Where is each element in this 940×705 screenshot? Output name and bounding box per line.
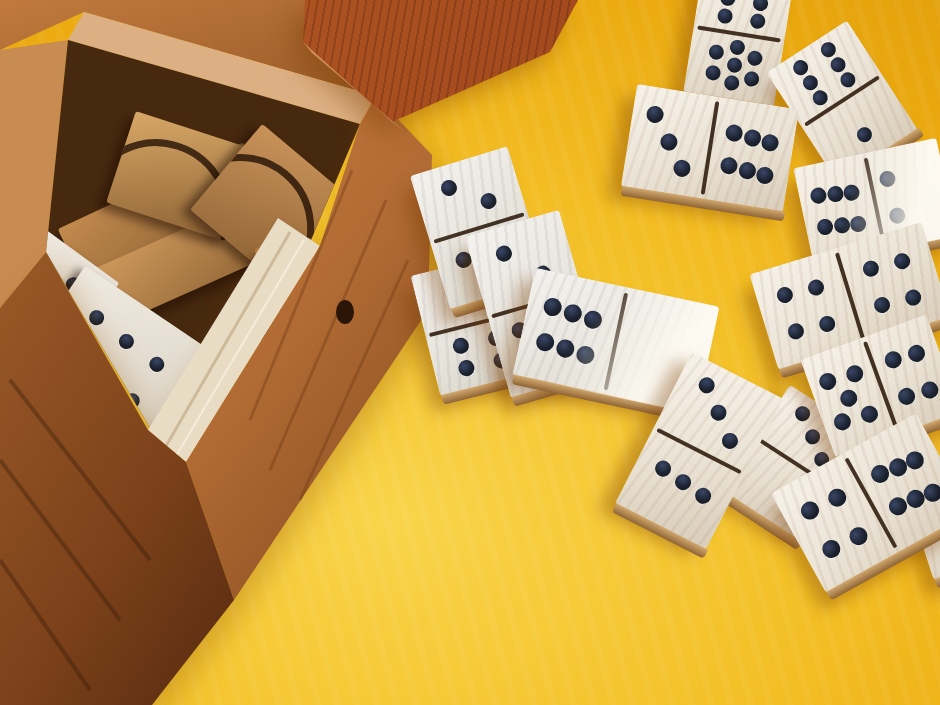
pip xyxy=(575,344,596,365)
pip xyxy=(693,485,715,507)
pip xyxy=(719,156,738,175)
pip xyxy=(645,105,664,124)
pip xyxy=(838,387,860,409)
pip xyxy=(826,184,845,203)
pip xyxy=(798,499,822,523)
pip xyxy=(816,218,835,237)
pip xyxy=(751,0,768,12)
pip xyxy=(723,74,740,91)
pip xyxy=(659,132,678,151)
pip xyxy=(737,161,756,180)
pip xyxy=(903,287,923,307)
pip xyxy=(892,251,912,271)
pip xyxy=(809,186,828,205)
pip xyxy=(786,321,806,341)
pip xyxy=(708,402,730,424)
pip xyxy=(883,349,905,371)
pip xyxy=(582,309,603,330)
pip xyxy=(846,524,870,548)
pip xyxy=(719,430,741,452)
pip xyxy=(888,206,907,225)
pip xyxy=(775,285,795,305)
pip xyxy=(849,214,868,233)
pip xyxy=(746,49,763,66)
pip xyxy=(806,277,826,297)
pip xyxy=(817,314,837,334)
pip xyxy=(844,363,866,385)
pip xyxy=(672,471,694,493)
pip xyxy=(896,386,918,408)
pip xyxy=(761,133,780,152)
pip xyxy=(792,403,813,424)
pip xyxy=(861,259,881,279)
knot-hole xyxy=(336,300,354,324)
pip xyxy=(720,0,737,7)
pip xyxy=(562,303,583,324)
pip xyxy=(542,297,563,318)
pip xyxy=(872,295,892,315)
pip xyxy=(534,331,555,352)
pip xyxy=(555,338,576,359)
pip xyxy=(809,87,830,108)
pip xyxy=(494,244,514,264)
pip xyxy=(819,536,843,560)
pip xyxy=(743,128,762,147)
pip xyxy=(832,411,854,433)
pip xyxy=(451,336,470,355)
pip xyxy=(717,8,734,25)
pip xyxy=(479,191,499,211)
pip xyxy=(842,183,861,202)
dominoes-photo-scene xyxy=(0,0,940,705)
pip xyxy=(705,64,722,81)
pip xyxy=(439,178,459,198)
pip xyxy=(743,70,760,87)
pip xyxy=(832,216,851,235)
pip xyxy=(854,124,875,145)
pip xyxy=(456,358,475,377)
pip xyxy=(673,159,692,178)
pip xyxy=(749,13,766,30)
pip xyxy=(802,426,823,447)
pip xyxy=(838,69,859,90)
pip xyxy=(906,342,928,364)
tile-half-b xyxy=(706,102,794,206)
pip xyxy=(652,458,674,480)
pip xyxy=(817,370,839,392)
pip xyxy=(696,375,718,397)
pip xyxy=(825,486,849,510)
pip xyxy=(755,166,774,185)
tile-half-a xyxy=(625,89,713,193)
pip xyxy=(919,379,940,401)
pip xyxy=(728,39,745,56)
pip xyxy=(878,170,897,189)
pip xyxy=(859,403,881,425)
pip xyxy=(725,123,744,142)
pip xyxy=(725,57,742,74)
pip xyxy=(708,43,725,60)
